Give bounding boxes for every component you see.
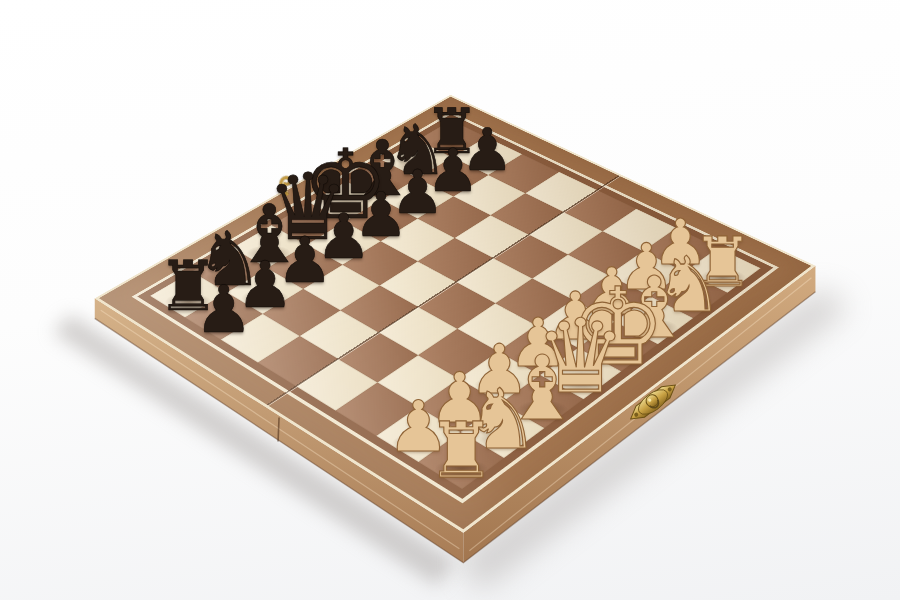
chessboard-top: [95, 95, 816, 533]
playing-area-frame: [132, 112, 779, 504]
board-perspective: [0, 0, 899, 600]
chessboard-grid: [150, 120, 760, 489]
chessboard-3d: [95, 95, 816, 533]
product-photo-scene: ♜♞♝♛♚♝♞♜♟♟♟♟♟♟♟♟♟♟♟♟♟♟♟♟♜♞♝♛♚♝♞♜: [0, 0, 900, 600]
